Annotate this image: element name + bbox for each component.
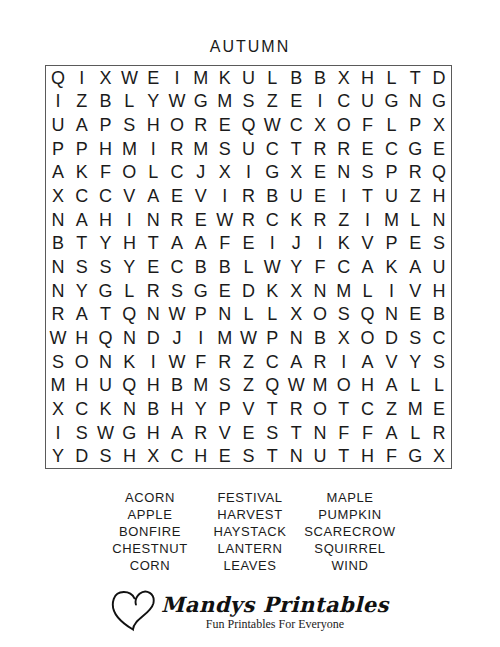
grid-cell: H — [356, 66, 380, 90]
grid-cell: X — [284, 302, 308, 326]
word-list: ACORNAPPLEBONFIRECHESTNUTCORNFESTIVALHAR… — [100, 489, 400, 574]
word-list-item: MAPLE — [300, 489, 400, 506]
grid-cell: T — [260, 397, 284, 421]
grid-cell: Y — [70, 279, 94, 303]
grid-cell: U — [356, 90, 380, 114]
grid-cell: K — [284, 208, 308, 232]
grid-cell: E — [308, 161, 332, 185]
grid-cell: N — [46, 208, 70, 232]
grid-cell: I — [332, 184, 356, 208]
grid-cell: Q — [46, 66, 70, 90]
grid-cell: P — [46, 137, 70, 161]
grid-cell: N — [308, 421, 332, 445]
grid-cell: N — [141, 208, 165, 232]
grid-cell: C — [165, 444, 189, 468]
grid-cell: I — [237, 161, 261, 185]
grid-cell: B — [165, 373, 189, 397]
grid-cell: G — [403, 137, 427, 161]
grid-cell: A — [380, 421, 404, 445]
word-list-item: SCARECROW — [300, 523, 400, 540]
grid-cell: M — [213, 326, 237, 350]
grid-cell: O — [165, 113, 189, 137]
grid-cell: K — [380, 255, 404, 279]
heart-icon — [109, 586, 162, 637]
grid-cell: X — [427, 113, 451, 137]
grid-cell: D — [237, 279, 261, 303]
grid-cell: T — [260, 444, 284, 468]
grid-cell: N — [94, 350, 118, 374]
grid-cell: T — [332, 397, 356, 421]
grid-cell: L — [380, 113, 404, 137]
grid-cell: M — [213, 90, 237, 114]
grid-cell: T — [141, 232, 165, 256]
grid-cell: M — [189, 373, 213, 397]
grid-cell: L — [403, 421, 427, 445]
grid-cell: K — [332, 232, 356, 256]
word-list-item: LEAVES — [200, 557, 300, 574]
grid-cell: I — [46, 90, 70, 114]
grid-cell: T — [332, 444, 356, 468]
grid-cell: E — [356, 137, 380, 161]
grid-cell: I — [308, 232, 332, 256]
grid-cell: H — [141, 373, 165, 397]
grid-cell: C — [260, 350, 284, 374]
grid-cell: W — [237, 326, 261, 350]
grid-cell: E — [427, 137, 451, 161]
grid-cell: X — [46, 184, 70, 208]
word-list-item: CORN — [100, 557, 200, 574]
grid-cell: U — [308, 444, 332, 468]
grid-cell: T — [284, 421, 308, 445]
grid-cell: S — [260, 421, 284, 445]
grid-cell: S — [403, 326, 427, 350]
word-list-item: FESTIVAL — [200, 489, 300, 506]
grid-cell: V — [380, 350, 404, 374]
grid-cell: T — [403, 66, 427, 90]
grid-cell: S — [427, 232, 451, 256]
grid-cell: T — [94, 302, 118, 326]
word-list-column: FESTIVALHARVESTHAYSTACKLANTERNLEAVES — [200, 489, 300, 574]
grid-cell: Q — [356, 302, 380, 326]
grid-cell: X — [94, 66, 118, 90]
grid-cell: I — [46, 421, 70, 445]
grid-cell: J — [165, 326, 189, 350]
grid-cell: T — [356, 184, 380, 208]
grid-cell: D — [70, 444, 94, 468]
grid-cell: E — [427, 397, 451, 421]
grid-cell: G — [380, 90, 404, 114]
grid-cell: U — [237, 66, 261, 90]
grid-cell: X — [46, 397, 70, 421]
grid-cell: L — [117, 279, 141, 303]
grid-cell: Y — [117, 255, 141, 279]
grid-cell: L — [237, 255, 261, 279]
grid-cell: K — [94, 397, 118, 421]
grid-cell: A — [70, 208, 94, 232]
grid-cell: U — [427, 255, 451, 279]
grid-cell: S — [70, 421, 94, 445]
grid-cell: H — [70, 326, 94, 350]
grid-cell: T — [284, 137, 308, 161]
grid-cell: N — [141, 302, 165, 326]
grid-cell: B — [260, 184, 284, 208]
grid-cell: R — [165, 208, 189, 232]
word-list-item: HARVEST — [200, 506, 300, 523]
grid-cell: P — [380, 232, 404, 256]
word-list-item: ACORN — [100, 489, 200, 506]
grid-cell: R — [308, 137, 332, 161]
grid-cell: Y — [46, 444, 70, 468]
grid-cell: I — [141, 350, 165, 374]
grid-cell: B — [46, 232, 70, 256]
grid-cell: R — [308, 350, 332, 374]
grid-cell: I — [380, 279, 404, 303]
grid-cell: N — [46, 255, 70, 279]
grid-cell: S — [165, 279, 189, 303]
grid-cell: V — [213, 421, 237, 445]
grid-cell: I — [189, 326, 213, 350]
grid-cell: B — [213, 255, 237, 279]
grid-cell: C — [165, 255, 189, 279]
grid-cell: Y — [141, 90, 165, 114]
grid-cell: S — [94, 444, 118, 468]
grid-cell: R — [189, 421, 213, 445]
word-list-item: PUMPKIN — [300, 506, 400, 523]
grid-cell: Z — [260, 90, 284, 114]
grid-cell: R — [332, 137, 356, 161]
word-list-item: APPLE — [100, 506, 200, 523]
grid-cell: F — [380, 444, 404, 468]
grid-cell: F — [213, 232, 237, 256]
word-list-item: WIND — [300, 557, 400, 574]
grid-cell: A — [356, 255, 380, 279]
grid-cell: H — [141, 113, 165, 137]
grid-cell: H — [165, 397, 189, 421]
grid-cell: O — [308, 302, 332, 326]
grid-cell: L — [356, 279, 380, 303]
grid-cell: Z — [70, 90, 94, 114]
grid-cell: N — [380, 302, 404, 326]
grid-cell: S — [94, 255, 118, 279]
grid-cell: H — [427, 184, 451, 208]
grid-cell: H — [117, 232, 141, 256]
grid-cell: N — [117, 326, 141, 350]
grid-cell: U — [380, 184, 404, 208]
grid-cell: L — [237, 302, 261, 326]
grid-cell: L — [260, 66, 284, 90]
brand-tagline: Fun Printables For Everyone — [161, 617, 389, 631]
grid-cell: F — [356, 113, 380, 137]
grid-cell: Y — [94, 232, 118, 256]
grid-cell: N — [332, 161, 356, 185]
grid-cell: Q — [427, 161, 451, 185]
grid-cell: N — [284, 326, 308, 350]
grid-cell: P — [403, 113, 427, 137]
word-list-column: MAPLEPUMPKINSCARECROWSQUIRRELWIND — [300, 489, 400, 574]
grid-cell: I — [70, 66, 94, 90]
grid-cell: X — [141, 444, 165, 468]
grid-cell: I — [332, 350, 356, 374]
grid-cell: P — [94, 113, 118, 137]
grid-cell: A — [403, 255, 427, 279]
grid-cell: W — [260, 113, 284, 137]
grid-cell: D — [380, 326, 404, 350]
grid-cell: K — [260, 279, 284, 303]
grid-cell: L — [141, 161, 165, 185]
grid-cell: N — [213, 302, 237, 326]
grid-cell: N — [117, 397, 141, 421]
grid-cell: E — [284, 90, 308, 114]
grid-cell: Q — [117, 373, 141, 397]
grid-cell: C — [165, 161, 189, 185]
brand-block: Mandys Printables Fun Printables For Eve… — [161, 588, 389, 631]
grid-cell: G — [94, 279, 118, 303]
grid-cell: S — [427, 350, 451, 374]
grid-cell: V — [356, 232, 380, 256]
grid-cell: G — [427, 90, 451, 114]
grid-cell: A — [380, 373, 404, 397]
grid-cell: M — [308, 373, 332, 397]
grid-cell: I — [213, 184, 237, 208]
grid-cell: M — [46, 373, 70, 397]
grid-cell: A — [70, 302, 94, 326]
grid-cell: C — [70, 397, 94, 421]
word-list-item: BONFIRE — [100, 523, 200, 540]
grid-cell: S — [46, 350, 70, 374]
grid-cell: E — [141, 66, 165, 90]
grid-cell: I — [165, 66, 189, 90]
grid-cell: R — [46, 302, 70, 326]
grid-cell: M — [117, 137, 141, 161]
grid-cell: H — [94, 137, 118, 161]
grid-cell: E — [213, 279, 237, 303]
grid-cell: J — [189, 161, 213, 185]
grid-cell: S — [117, 113, 141, 137]
grid-cell: Y — [189, 397, 213, 421]
grid-cell: P — [189, 302, 213, 326]
grid-cell: E — [165, 184, 189, 208]
grid-cell: R — [237, 184, 261, 208]
grid-cell: R — [403, 161, 427, 185]
grid-cell: G — [260, 161, 284, 185]
grid-cell: X — [284, 161, 308, 185]
grid-cell: C — [260, 208, 284, 232]
grid-cell: B — [189, 255, 213, 279]
grid-cell: C — [332, 90, 356, 114]
grid-cell: S — [237, 90, 261, 114]
grid-cell: B — [308, 66, 332, 90]
grid-cell: A — [141, 184, 165, 208]
grid-cell: W — [165, 302, 189, 326]
grid-cell: S — [237, 444, 261, 468]
grid-cell: Z — [332, 208, 356, 232]
grid-cell: U — [237, 137, 261, 161]
word-list-item: SQUIRREL — [300, 540, 400, 557]
grid-cell: J — [284, 232, 308, 256]
word-list-item: HAYSTACK — [200, 523, 300, 540]
grid-cell: A — [165, 232, 189, 256]
grid-cell: B — [141, 397, 165, 421]
grid-cell: V — [189, 184, 213, 208]
grid-cell: E — [308, 184, 332, 208]
grid-cell: E — [213, 113, 237, 137]
grid-cell: Z — [237, 350, 261, 374]
grid-cell: M — [380, 208, 404, 232]
grid-cell: P — [260, 326, 284, 350]
grid-cell: G — [189, 279, 213, 303]
grid-cell: W — [165, 90, 189, 114]
grid-cell: L — [117, 90, 141, 114]
grid-cell: E — [237, 232, 261, 256]
grid-cell: O — [308, 397, 332, 421]
grid-cell: H — [117, 444, 141, 468]
grid-cell: A — [356, 350, 380, 374]
grid-cell: O — [70, 350, 94, 374]
grid-cell: X — [284, 279, 308, 303]
grid-cell: L — [260, 302, 284, 326]
page-title: AUTUMN — [0, 38, 500, 56]
grid-cell: Y — [403, 350, 427, 374]
grid-cell: R — [284, 397, 308, 421]
grid-cell: H — [356, 373, 380, 397]
grid-cell: C — [94, 184, 118, 208]
grid-cell: S — [332, 302, 356, 326]
grid-cell: G — [189, 90, 213, 114]
grid-cell: G — [117, 421, 141, 445]
grid-cell: I — [356, 208, 380, 232]
grid-cell: E — [189, 208, 213, 232]
grid-cell: F — [332, 421, 356, 445]
grid-cell: Z — [380, 397, 404, 421]
grid-cell: M — [403, 397, 427, 421]
grid-cell: V — [403, 279, 427, 303]
grid-cell: O — [332, 113, 356, 137]
grid-cell: C — [356, 397, 380, 421]
grid-cell: I — [308, 90, 332, 114]
grid-cell: K — [213, 66, 237, 90]
grid-cell: T — [70, 232, 94, 256]
grid-cell: U — [46, 113, 70, 137]
grid-cell: X — [308, 113, 332, 137]
grid-cell: X — [427, 444, 451, 468]
grid-cell: E — [237, 421, 261, 445]
grid-cell: P — [380, 161, 404, 185]
grid-cell: A — [70, 113, 94, 137]
grid-cell: B — [94, 90, 118, 114]
grid-cell: Y — [284, 255, 308, 279]
brand-name: Mandys Printables — [161, 594, 389, 616]
grid-cell: N — [427, 208, 451, 232]
grid-cell: E — [403, 232, 427, 256]
grid-cell: R — [308, 208, 332, 232]
grid-cell: R — [141, 279, 165, 303]
grid-cell: X — [332, 66, 356, 90]
grid-cell: L — [427, 373, 451, 397]
grid-cell: M — [189, 66, 213, 90]
grid-cell: M — [189, 137, 213, 161]
grid-cell: W — [94, 421, 118, 445]
grid-cell: H — [94, 208, 118, 232]
grid-cell: I — [117, 208, 141, 232]
word-list-item: LANTERN — [200, 540, 300, 557]
grid-cell: C — [284, 113, 308, 137]
grid-cell: S — [213, 137, 237, 161]
grid-cell: W — [260, 255, 284, 279]
grid-cell: Q — [260, 373, 284, 397]
grid-cell: N — [284, 444, 308, 468]
grid-cell: D — [427, 66, 451, 90]
grid-cell: E — [213, 444, 237, 468]
grid-cell: H — [427, 279, 451, 303]
grid-cell: X — [213, 161, 237, 185]
grid-cell: S — [356, 161, 380, 185]
grid-cell: X — [332, 326, 356, 350]
grid-cell: N — [308, 279, 332, 303]
grid-cell: C — [332, 255, 356, 279]
grid-cell: I — [260, 232, 284, 256]
grid-cell: L — [403, 373, 427, 397]
grid-cell: R — [427, 421, 451, 445]
grid-cell: H — [70, 373, 94, 397]
grid-cell: F — [189, 350, 213, 374]
footer-logo: Mandys Printables Fun Printables For Eve… — [0, 588, 500, 634]
grid-cell: O — [356, 326, 380, 350]
grid-cell: R — [189, 113, 213, 137]
grid-cell: S — [213, 373, 237, 397]
grid-cell: L — [403, 208, 427, 232]
grid-cell: W — [284, 373, 308, 397]
grid-cell: O — [117, 161, 141, 185]
grid-cell: K — [70, 161, 94, 185]
grid-cell: H — [189, 444, 213, 468]
grid-cell: N — [403, 90, 427, 114]
grid-cell: A — [165, 421, 189, 445]
grid-cell: M — [332, 279, 356, 303]
grid-cell: B — [308, 326, 332, 350]
grid-cell: R — [237, 208, 261, 232]
grid-cell: W — [117, 66, 141, 90]
word-list-column: ACORNAPPLEBONFIRECHESTNUTCORN — [100, 489, 200, 574]
grid-cell: Z — [403, 184, 427, 208]
grid-cell: F — [94, 161, 118, 185]
grid-cell: R — [213, 350, 237, 374]
grid-cell: R — [165, 137, 189, 161]
grid-cell: Z — [237, 373, 261, 397]
grid-cell: I — [141, 137, 165, 161]
grid-cell: L — [380, 66, 404, 90]
word-list-item: CHESTNUT — [100, 540, 200, 557]
grid-cell: C — [70, 184, 94, 208]
grid-cell: A — [46, 161, 70, 185]
grid-cell: W — [165, 350, 189, 374]
grid-cell: E — [141, 255, 165, 279]
grid-cell: U — [284, 184, 308, 208]
grid-cell: B — [427, 302, 451, 326]
grid-cell: H — [356, 444, 380, 468]
grid-cell: O — [332, 373, 356, 397]
grid-cell: P — [70, 137, 94, 161]
grid-cell: E — [403, 302, 427, 326]
grid-cell: Q — [117, 302, 141, 326]
grid-cell: A — [189, 232, 213, 256]
grid-cell: W — [46, 326, 70, 350]
grid-cell: A — [284, 350, 308, 374]
letter-grid: QIXWEIMKULBBXHLTDIZBLYWGMSZEICUGNGUAPSHO… — [45, 65, 452, 469]
grid-cell: Q — [237, 113, 261, 137]
grid-cell: P — [213, 397, 237, 421]
grid-cell: W — [213, 208, 237, 232]
grid-cell: C — [260, 137, 284, 161]
